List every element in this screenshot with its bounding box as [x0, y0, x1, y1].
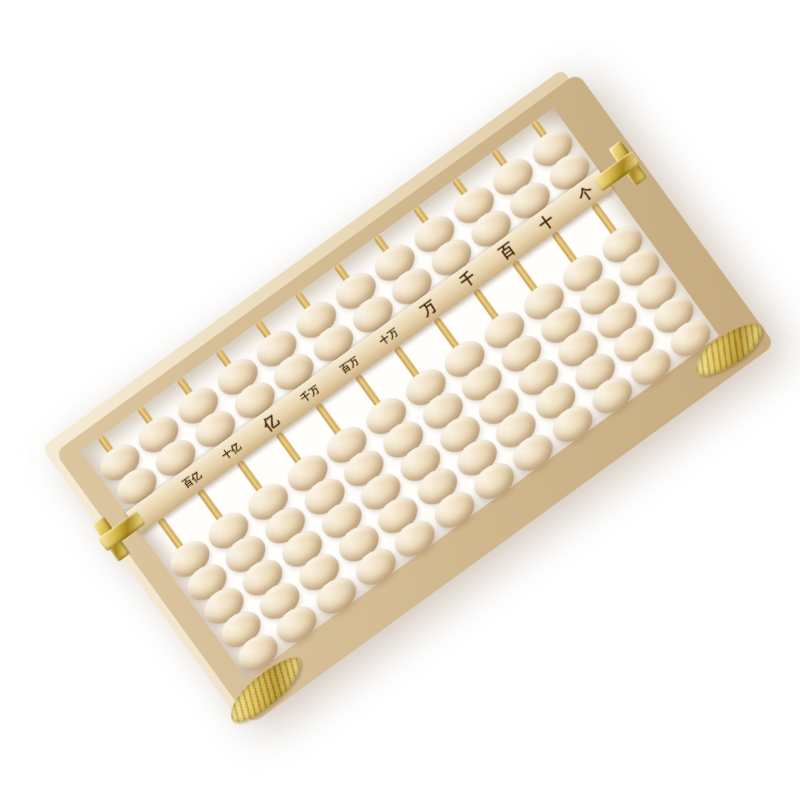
abacus-bed: 百亿十亿亿千万百万十万万千百十个: [81, 108, 719, 679]
abacus: 百亿十亿亿千万百万十万万千百十个: [41, 69, 758, 718]
abacus-frame: 百亿十亿亿千万百万十万万千百十个: [41, 69, 758, 718]
photo-background: 百亿十亿亿千万百万十万万千百十个: [0, 0, 800, 800]
